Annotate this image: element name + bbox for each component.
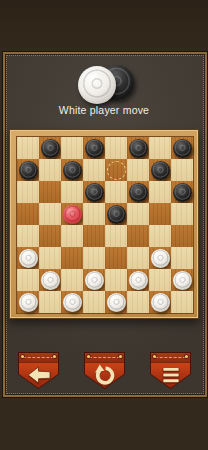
- rivet-icon: [119, 355, 122, 358]
- rivet-icon: [185, 355, 188, 358]
- square-r3c2[interactable]: [61, 203, 83, 225]
- black-piece[interactable]: [41, 139, 60, 158]
- square-r3c5: [127, 203, 149, 225]
- white-piece[interactable]: [151, 249, 170, 268]
- square-r1c2[interactable]: [61, 159, 83, 181]
- square-r6c3[interactable]: [83, 269, 105, 291]
- square-r4c5[interactable]: [127, 225, 149, 247]
- square-r3c1: [39, 203, 61, 225]
- square-r0c4: [105, 137, 127, 159]
- square-r7c3: [83, 291, 105, 313]
- black-piece[interactable]: [173, 139, 192, 158]
- button-stitch-strip: [19, 353, 58, 363]
- square-r2c5[interactable]: [127, 181, 149, 203]
- square-r2c3[interactable]: [83, 181, 105, 203]
- square-r1c3: [83, 159, 105, 181]
- square-r4c0: [17, 225, 39, 247]
- black-piece[interactable]: [107, 205, 126, 224]
- white-piece[interactable]: [151, 293, 170, 312]
- square-r7c5: [127, 291, 149, 313]
- square-r5c3: [83, 247, 105, 269]
- white-piece[interactable]: [107, 293, 126, 312]
- square-r6c0: [17, 269, 39, 291]
- square-r1c7: [171, 159, 193, 181]
- square-r0c7[interactable]: [171, 137, 193, 159]
- square-r4c4: [105, 225, 127, 247]
- square-r2c4: [105, 181, 127, 203]
- square-r5c6[interactable]: [149, 247, 171, 269]
- square-r6c6: [149, 269, 171, 291]
- square-r4c2: [61, 225, 83, 247]
- move-target-marker[interactable]: [107, 161, 126, 180]
- square-r0c3[interactable]: [83, 137, 105, 159]
- checkers-board: [9, 129, 199, 319]
- square-r1c1: [39, 159, 61, 181]
- square-r6c7[interactable]: [171, 269, 193, 291]
- turn-status-text: White player move: [0, 104, 208, 116]
- square-r7c0[interactable]: [17, 291, 39, 313]
- square-r6c5[interactable]: [127, 269, 149, 291]
- square-r0c0: [17, 137, 39, 159]
- square-r3c7: [171, 203, 193, 225]
- black-piece[interactable]: [129, 183, 148, 202]
- button-stitch-strip: [85, 353, 124, 363]
- square-r3c3: [83, 203, 105, 225]
- white-piece[interactable]: [41, 271, 60, 290]
- square-r2c6: [149, 181, 171, 203]
- black-piece[interactable]: [129, 139, 148, 158]
- square-r0c5[interactable]: [127, 137, 149, 159]
- square-r7c2[interactable]: [61, 291, 83, 313]
- square-r0c2: [61, 137, 83, 159]
- black-piece[interactable]: [85, 139, 104, 158]
- white-piece[interactable]: [63, 293, 82, 312]
- square-r4c6: [149, 225, 171, 247]
- highlighted-piece[interactable]: [63, 205, 82, 224]
- white-piece-indicator: [78, 66, 116, 104]
- square-r6c1[interactable]: [39, 269, 61, 291]
- white-piece[interactable]: [173, 271, 192, 290]
- square-r2c1[interactable]: [39, 181, 61, 203]
- square-r2c0: [17, 181, 39, 203]
- black-piece[interactable]: [19, 161, 38, 180]
- square-r5c2[interactable]: [61, 247, 83, 269]
- white-piece[interactable]: [85, 271, 104, 290]
- square-r1c4[interactable]: [105, 159, 127, 181]
- square-r5c1: [39, 247, 61, 269]
- square-r1c6[interactable]: [149, 159, 171, 181]
- square-r5c0[interactable]: [17, 247, 39, 269]
- square-r0c1[interactable]: [39, 137, 61, 159]
- rivet-icon: [53, 355, 56, 358]
- square-r3c6[interactable]: [149, 203, 171, 225]
- square-r3c0[interactable]: [17, 203, 39, 225]
- square-r2c7[interactable]: [171, 181, 193, 203]
- white-piece[interactable]: [19, 249, 38, 268]
- square-r3c4[interactable]: [105, 203, 127, 225]
- square-r5c7: [171, 247, 193, 269]
- square-r6c4: [105, 269, 127, 291]
- square-r5c4[interactable]: [105, 247, 127, 269]
- white-piece[interactable]: [129, 271, 148, 290]
- square-r5c5: [127, 247, 149, 269]
- app-screen: White player move: [0, 0, 208, 450]
- rivet-icon: [21, 355, 24, 358]
- black-piece[interactable]: [173, 183, 192, 202]
- square-r4c7[interactable]: [171, 225, 193, 247]
- square-r1c5: [127, 159, 149, 181]
- square-r2c2: [61, 181, 83, 203]
- black-piece[interactable]: [151, 161, 170, 180]
- square-r7c1: [39, 291, 61, 313]
- rivet-icon: [87, 355, 90, 358]
- square-r1c0[interactable]: [17, 159, 39, 181]
- square-r4c1[interactable]: [39, 225, 61, 247]
- square-r0c6: [149, 137, 171, 159]
- black-piece[interactable]: [63, 161, 82, 180]
- square-r6c2: [61, 269, 83, 291]
- square-r7c7: [171, 291, 193, 313]
- black-piece[interactable]: [85, 183, 104, 202]
- square-r7c6[interactable]: [149, 291, 171, 313]
- board-grid: [17, 137, 193, 313]
- button-stitch-strip: [151, 353, 190, 363]
- white-piece[interactable]: [19, 293, 38, 312]
- square-r7c4[interactable]: [105, 291, 127, 313]
- rivet-icon: [153, 355, 156, 358]
- square-r4c3[interactable]: [83, 225, 105, 247]
